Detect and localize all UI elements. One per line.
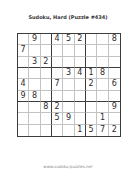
sudoku-cell-r1c9: 8 [109, 34, 120, 45]
sudoku-cell-r4c3 [41, 68, 52, 79]
sudoku-cell-r1c5: 5 [63, 34, 74, 45]
sudoku-cell-r3c4 [52, 57, 63, 68]
sudoku-cell-r6c2: 8 [29, 91, 40, 102]
footer-url: www.sudoku-puzzles.net [0, 164, 136, 169]
sudoku-cell-r6c4 [52, 91, 63, 102]
sudoku-cell-r5c1: 4 [18, 79, 29, 90]
sudoku-cell-r6c7 [86, 91, 97, 102]
sudoku-cell-r7c2 [29, 102, 40, 113]
sudoku-cell-r7c1 [18, 102, 29, 113]
sudoku-cell-r2c7 [86, 45, 97, 56]
sudoku-cell-r5c8 [97, 79, 108, 90]
sudoku-cell-r8c1 [18, 113, 29, 124]
page-title: Sudoku, Hard (Puzzle #434) [0, 14, 136, 20]
sudoku-cell-r9c6: 1 [75, 125, 86, 136]
sudoku-cell-r3c1 [18, 57, 29, 68]
sudoku-cell-r1c4: 4 [52, 34, 63, 45]
sudoku-cell-r5c6 [75, 79, 86, 90]
sudoku-cell-r9c4 [52, 125, 63, 136]
sudoku-cell-r3c7 [86, 57, 97, 68]
sudoku-cell-r4c5: 3 [63, 68, 74, 79]
sudoku-board: 9452873234184726988295911572 [17, 33, 121, 137]
sudoku-cell-r7c4: 2 [52, 102, 63, 113]
sudoku-cell-r6c8 [97, 91, 108, 102]
sudoku-cell-r6c9 [109, 91, 120, 102]
sudoku-cell-r8c6 [75, 113, 86, 124]
sudoku-cell-r3c5 [63, 57, 74, 68]
sudoku-cell-r3c3: 2 [41, 57, 52, 68]
sudoku-cell-r2c6 [75, 45, 86, 56]
sudoku-cell-r9c8: 7 [97, 125, 108, 136]
sudoku-cell-r5c9: 6 [109, 79, 120, 90]
sudoku-cell-r6c1: 9 [18, 91, 29, 102]
sudoku-cell-r9c9: 2 [109, 125, 120, 136]
sudoku-cell-r3c9 [109, 57, 120, 68]
sudoku-cell-r9c2 [29, 125, 40, 136]
sudoku-cell-r7c6 [75, 102, 86, 113]
sudoku-cell-r3c2: 3 [29, 57, 40, 68]
sudoku-cell-r1c2: 9 [29, 34, 40, 45]
sudoku-cell-r1c8 [97, 34, 108, 45]
sudoku-cell-r8c3 [41, 113, 52, 124]
sudoku-cell-r7c8 [97, 102, 108, 113]
sudoku-cell-r7c5 [63, 102, 74, 113]
sudoku-cell-r1c6: 2 [75, 34, 86, 45]
sudoku-cell-r6c5 [63, 91, 74, 102]
sudoku-cell-r8c8: 1 [97, 113, 108, 124]
sudoku-cell-r2c5 [63, 45, 74, 56]
sudoku-cell-r7c3: 8 [41, 102, 52, 113]
sudoku-cell-r8c4: 5 [52, 113, 63, 124]
sudoku-cell-r1c1 [18, 34, 29, 45]
sudoku-cell-r2c8 [97, 45, 108, 56]
sudoku-cell-r4c2 [29, 68, 40, 79]
sudoku-cell-r4c4 [52, 68, 63, 79]
sudoku-cell-r5c7: 2 [86, 79, 97, 90]
sudoku-cell-r9c1 [18, 125, 29, 136]
sudoku-cell-r6c6 [75, 91, 86, 102]
sudoku-cell-r1c3 [41, 34, 52, 45]
sudoku-cell-r9c7: 5 [86, 125, 97, 136]
sudoku-cell-r1c7 [86, 34, 97, 45]
sudoku-cell-r4c8: 8 [97, 68, 108, 79]
sudoku-cell-r2c1: 7 [18, 45, 29, 56]
sudoku-cell-r2c2 [29, 45, 40, 56]
sudoku-cell-r6c3 [41, 91, 52, 102]
sudoku-cell-r4c9 [109, 68, 120, 79]
sudoku-cell-r9c3 [41, 125, 52, 136]
sudoku-cell-r2c3 [41, 45, 52, 56]
sudoku-cell-r9c5 [63, 125, 74, 136]
sudoku-cell-r5c2 [29, 79, 40, 90]
sudoku-cell-r8c7 [86, 113, 97, 124]
sudoku-cell-r3c6 [75, 57, 86, 68]
sudoku-cell-r8c5: 9 [63, 113, 74, 124]
sudoku-cell-r2c9 [109, 45, 120, 56]
sudoku-cell-r4c1 [18, 68, 29, 79]
sudoku-cell-r5c5 [63, 79, 74, 90]
sudoku-cell-r8c2 [29, 113, 40, 124]
sudoku-cell-r5c3 [41, 79, 52, 90]
sudoku-cell-r7c7 [86, 102, 97, 113]
sudoku-cell-r4c6: 4 [75, 68, 86, 79]
sudoku-cell-r4c7: 1 [86, 68, 97, 79]
sudoku-cell-r8c9 [109, 113, 120, 124]
sudoku-cell-r5c4: 7 [52, 79, 63, 90]
sudoku-cell-r2c4 [52, 45, 63, 56]
sudoku-cell-r7c9: 9 [109, 102, 120, 113]
sudoku-cell-r3c8 [97, 57, 108, 68]
